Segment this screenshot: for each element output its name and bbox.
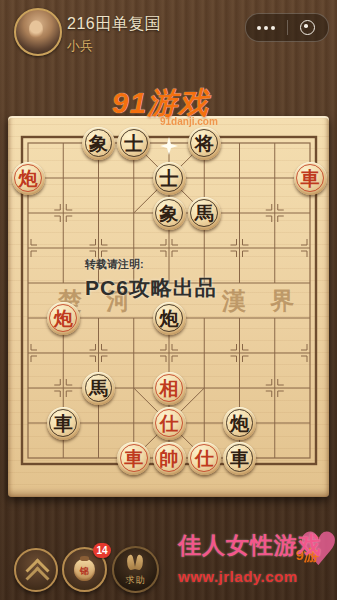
black-horse-piece[interactable]: 馬 <box>188 197 221 230</box>
black-cannon-piece[interactable]: 炮 <box>153 302 186 335</box>
praying-hands-icon <box>135 554 145 570</box>
red-advisor-piece[interactable]: 仕 <box>153 407 186 440</box>
watermark-91games-logo: 91游戏 <box>112 88 209 118</box>
black-general-piece[interactable]: 将 <box>188 127 221 160</box>
more-button[interactable] <box>246 14 287 41</box>
miniprogram-capsule <box>245 13 329 42</box>
black-elephant-piece[interactable]: 象 <box>82 127 115 160</box>
red-cannon-piece[interactable]: 炮 <box>47 302 80 335</box>
money-bag-icon <box>74 559 95 581</box>
red-cannon-piece[interactable]: 炮 <box>12 162 45 195</box>
red-chariot-piece[interactable]: 車 <box>294 162 327 195</box>
red-elephant-piece[interactable]: 相 <box>153 372 186 405</box>
help-label: 求助 <box>114 574 157 587</box>
watermark-jrlady-title: 佳人女性游戏 <box>178 530 337 561</box>
ask-help-button[interactable]: 求助 <box>112 546 159 593</box>
red-chariot-piece[interactable]: 車 <box>117 442 150 475</box>
tips-count-badge: 14 <box>93 543 111 558</box>
close-icon <box>300 20 315 35</box>
watermark-pc6-line1: 转载请注明: <box>85 257 217 272</box>
black-advisor-piece[interactable]: 士 <box>153 162 186 195</box>
watermark-pc6: 转载请注明: PC6攻略出品 <box>85 257 217 302</box>
black-chariot-piece[interactable]: 車 <box>223 442 256 475</box>
tips-bag-button[interactable]: 14 <box>62 547 107 592</box>
black-advisor-piece[interactable]: 士 <box>117 127 150 160</box>
player-avatar[interactable] <box>14 8 62 56</box>
expand-menu-button[interactable] <box>14 548 58 592</box>
red-advisor-piece[interactable]: 仕 <box>188 442 221 475</box>
watermark-jrlady-url: www.jrlady.com <box>178 568 337 585</box>
red-general-piece[interactable]: 帥 <box>153 442 186 475</box>
watermark-91games-url: 91danji.com <box>160 117 218 127</box>
black-chariot-piece[interactable]: 車 <box>47 407 80 440</box>
level-title: 216田单复国 <box>67 14 161 35</box>
black-elephant-piece[interactable]: 象 <box>153 197 186 230</box>
watermark-pc6-line2: PC6攻略出品 <box>85 274 217 302</box>
black-cannon-piece[interactable]: 炮 <box>223 407 256 440</box>
black-horse-piece[interactable]: 馬 <box>82 372 115 405</box>
river-label-right: 漢 界 <box>222 285 302 317</box>
close-button[interactable] <box>288 14 329 41</box>
more-icon <box>257 26 275 30</box>
watermark-91games: 91游戏 91danji.com <box>112 88 209 118</box>
player-name: 小兵 <box>67 37 93 55</box>
watermark-jrlady: ♥ 9游 佳人女性游戏 www.jrlady.com <box>178 530 337 585</box>
